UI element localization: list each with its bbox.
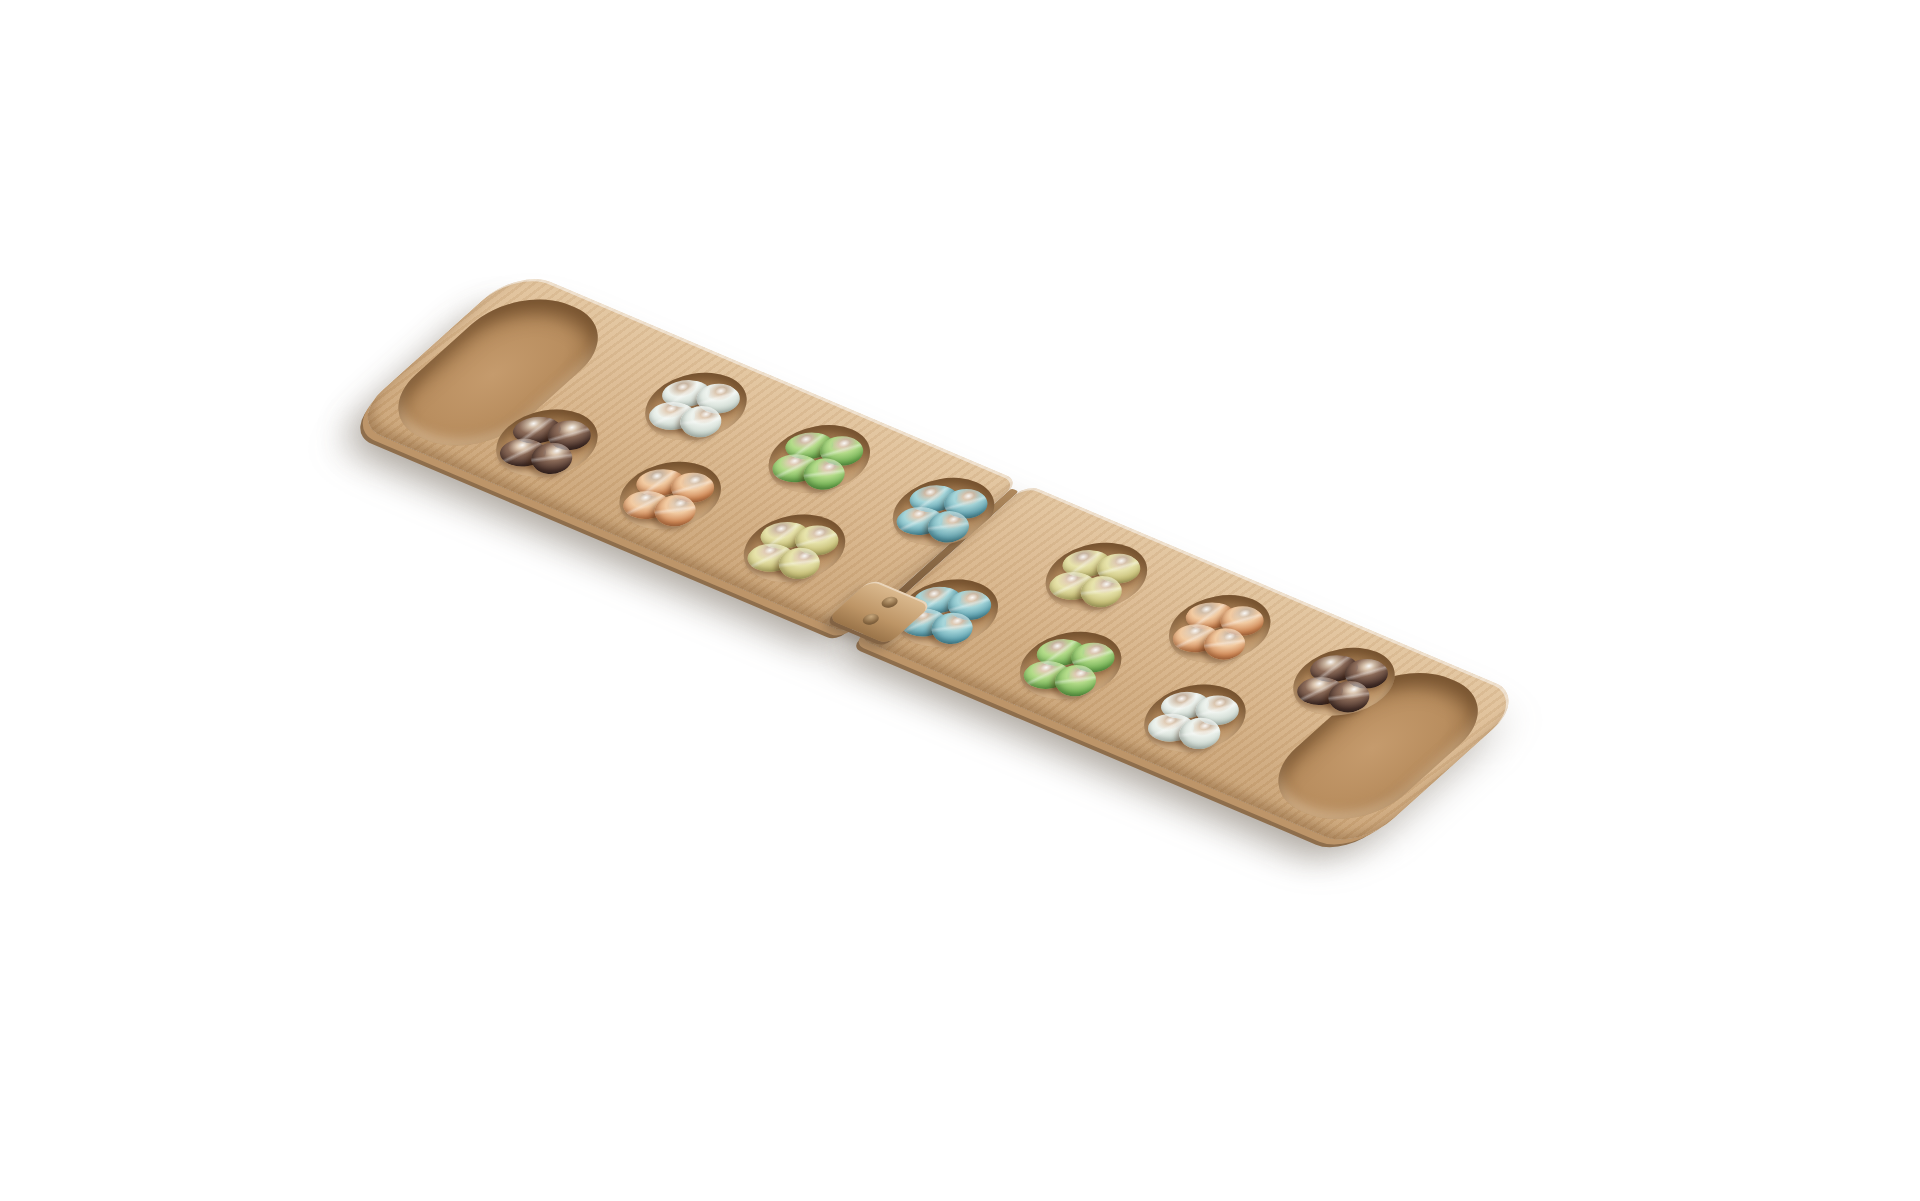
- hinge-pin: [859, 612, 882, 627]
- product-photo-scene: [0, 0, 1920, 1201]
- hinge-pin: [878, 595, 901, 610]
- mancala-board: [347, 268, 1528, 851]
